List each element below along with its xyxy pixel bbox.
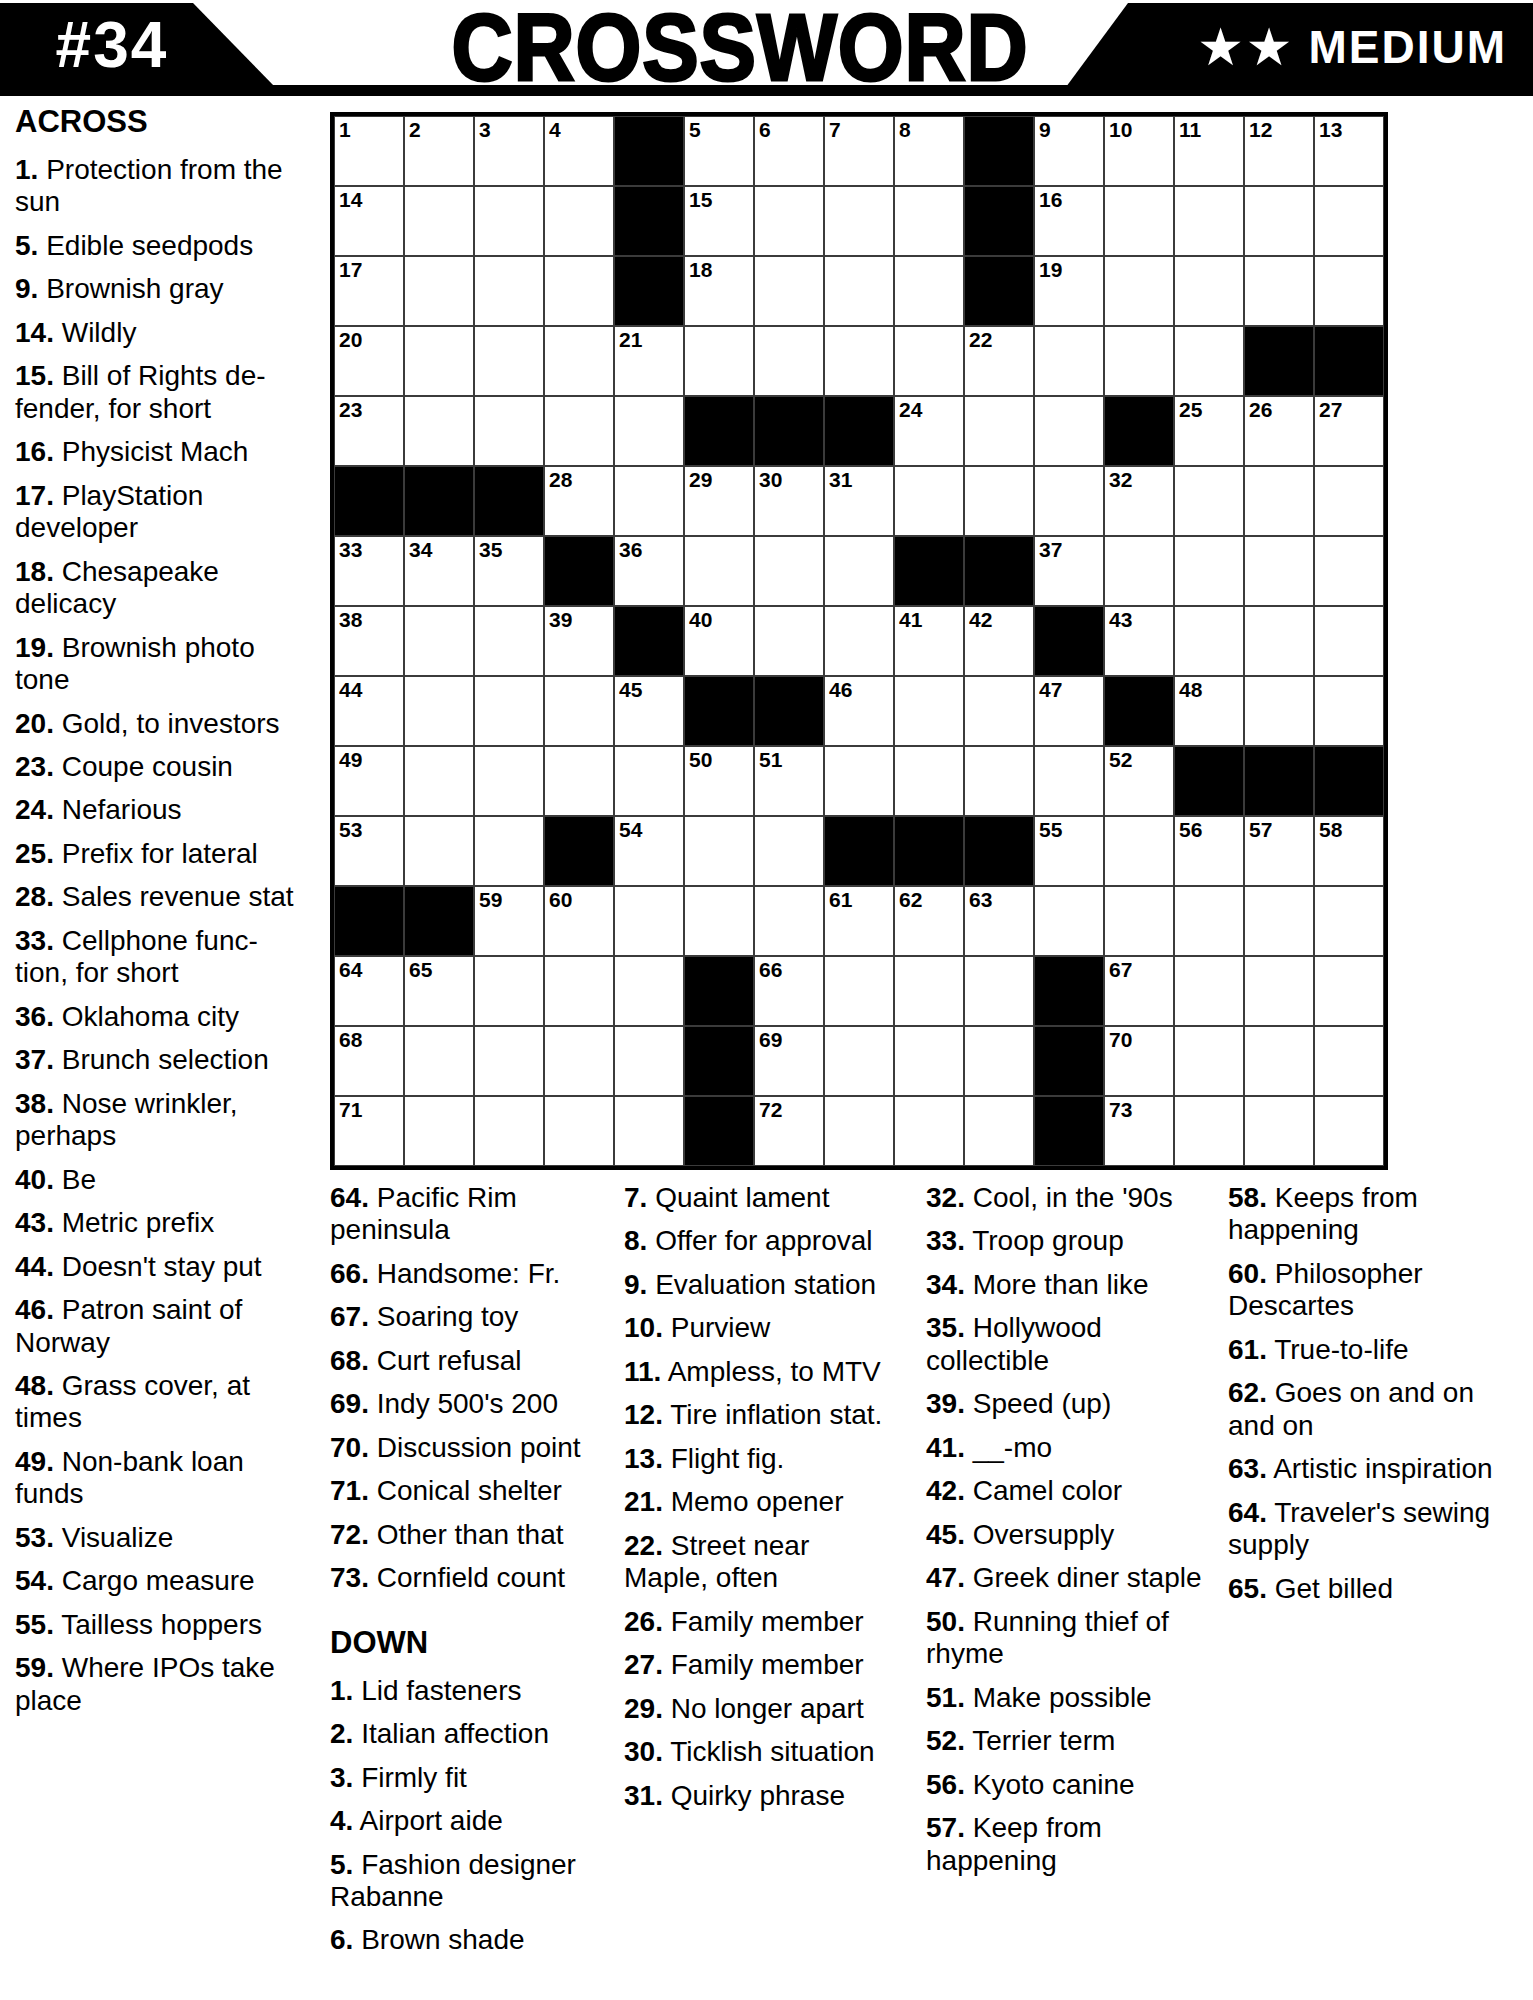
black-cell (964, 816, 1034, 886)
grid-cell[interactable]: 27 (1314, 396, 1384, 466)
grid-cell[interactable] (684, 536, 754, 606)
clue: 63. Artistic inspiration (1228, 1453, 1520, 1485)
clue-number: 32. (926, 1182, 965, 1213)
black-cell (684, 956, 754, 1026)
grid-cell[interactable]: 54 (614, 816, 684, 886)
grid-cell[interactable] (824, 326, 894, 396)
grid-cell[interactable]: 17 (334, 256, 404, 326)
clue: 42. Camel color (926, 1475, 1206, 1507)
grid-cell[interactable]: 70 (1104, 1026, 1174, 1096)
cell-number: 65 (409, 959, 432, 981)
grid-cell[interactable] (894, 746, 964, 816)
clue: 60. Philosopher Descartes (1228, 1258, 1520, 1323)
grid-cell[interactable]: 11 (1174, 116, 1244, 186)
grid-cell[interactable] (1314, 186, 1384, 256)
grid-cell[interactable] (1244, 1026, 1314, 1096)
grid-cell[interactable]: 38 (334, 606, 404, 676)
grid-cell[interactable]: 22 (964, 326, 1034, 396)
cell-number: 35 (479, 539, 502, 561)
grid-cell[interactable]: 21 (614, 326, 684, 396)
grid-cell[interactable] (544, 1026, 614, 1096)
grid-cell[interactable] (894, 466, 964, 536)
grid-cell[interactable]: 52 (1104, 746, 1174, 816)
clue-number: 29. (624, 1693, 663, 1724)
clue-number: 45. (926, 1519, 965, 1550)
grid-cell[interactable]: 2 (404, 116, 474, 186)
grid-cell[interactable]: 42 (964, 606, 1034, 676)
grid-cell[interactable] (1174, 1096, 1244, 1166)
grid-cell[interactable]: 56 (1174, 816, 1244, 886)
grid-cell[interactable] (474, 1096, 544, 1166)
grid-cell[interactable]: 41 (894, 606, 964, 676)
grid-cell[interactable] (1244, 886, 1314, 956)
clue-number: 11. (624, 1356, 661, 1387)
grid-cell[interactable]: 24 (894, 396, 964, 466)
black-cell (964, 256, 1034, 326)
grid-cell[interactable]: 69 (754, 1026, 824, 1096)
clue: 35. Hollywood collectible (926, 1312, 1206, 1377)
grid-cell[interactable]: 55 (1034, 816, 1104, 886)
clue-number: 34. (926, 1269, 965, 1300)
grid-cell[interactable] (824, 746, 894, 816)
grid-cell[interactable]: 53 (334, 816, 404, 886)
cell-number: 60 (549, 889, 572, 911)
grid-cell[interactable] (614, 396, 684, 466)
clue-number: 9. (624, 1269, 647, 1300)
grid-cell[interactable] (1174, 326, 1244, 396)
clue: 70. Discussion point (330, 1432, 606, 1464)
grid-cell[interactable] (544, 396, 614, 466)
grid-cell[interactable]: 1 (334, 116, 404, 186)
clue: 16. Physicist Mach (15, 436, 295, 468)
clue: 49. Non-bank loan funds (15, 1446, 295, 1511)
grid-cell[interactable] (1314, 886, 1384, 956)
grid-cell[interactable] (824, 256, 894, 326)
grid-cell[interactable]: 3 (474, 116, 544, 186)
clue-number: 63. (1228, 1453, 1267, 1484)
clue-number: 22. (624, 1530, 663, 1561)
grid-cell[interactable] (684, 326, 754, 396)
grid-cell[interactable]: 28 (544, 466, 614, 536)
clue: 9. Brownish gray (15, 273, 295, 305)
grid-cell[interactable]: 61 (824, 886, 894, 956)
grid-cell[interactable] (754, 886, 824, 956)
cell-number: 4 (549, 119, 561, 141)
grid-cell[interactable] (544, 1096, 614, 1166)
grid-cell[interactable]: 49 (334, 746, 404, 816)
clue: 50. Running thief of rhyme (926, 1606, 1206, 1671)
clue-number: 44. (15, 1251, 54, 1282)
grid-cell[interactable] (1244, 256, 1314, 326)
grid-cell[interactable]: 62 (894, 886, 964, 956)
clue: 43. Metric prefix (15, 1207, 295, 1239)
clue-number: 58. (1228, 1182, 1267, 1213)
clue: 47. Greek diner staple (926, 1562, 1206, 1594)
grid-cell[interactable] (894, 1026, 964, 1096)
clue: 12. Tire inflation stat. (624, 1399, 900, 1431)
clue-text: Airport aide (353, 1805, 502, 1836)
black-cell (824, 816, 894, 886)
grid-cell[interactable]: 58 (1314, 816, 1384, 886)
clue-text: Cool, in the '90s (965, 1182, 1173, 1213)
grid-cell[interactable]: 20 (334, 326, 404, 396)
grid-cell[interactable] (1314, 956, 1384, 1026)
grid-cell[interactable]: 44 (334, 676, 404, 746)
grid-cell[interactable]: 65 (404, 956, 474, 1026)
grid-cell[interactable]: 19 (1034, 256, 1104, 326)
cell-number: 53 (339, 819, 362, 841)
grid-cell[interactable] (1314, 466, 1384, 536)
grid-cell[interactable] (894, 256, 964, 326)
cell-number: 17 (339, 259, 362, 281)
grid-cell[interactable]: 14 (334, 186, 404, 256)
across-clues-part2: 64. Pacific Rim peninsula66. Handsome: F… (330, 1182, 606, 1595)
clue: 39. Speed (up) (926, 1388, 1206, 1420)
grid-cell[interactable] (474, 606, 544, 676)
grid-cell[interactable] (964, 746, 1034, 816)
grid-cell[interactable] (614, 956, 684, 1026)
grid-cell[interactable]: 63 (964, 886, 1034, 956)
grid-cell[interactable] (1244, 676, 1314, 746)
grid-cell[interactable] (1174, 466, 1244, 536)
grid-cell[interactable] (964, 1026, 1034, 1096)
grid-cell[interactable] (1174, 886, 1244, 956)
grid-cell[interactable] (474, 956, 544, 1026)
grid-cell[interactable] (894, 186, 964, 256)
clue-text: Quaint lament (647, 1182, 829, 1213)
grid-cell[interactable]: 9 (1034, 116, 1104, 186)
grid-cell[interactable]: 6 (754, 116, 824, 186)
grid-cell[interactable] (1244, 186, 1314, 256)
cell-number: 46 (829, 679, 852, 701)
clue: 29. No longer apart (624, 1693, 900, 1725)
grid-cell[interactable]: 51 (754, 746, 824, 816)
grid-cell[interactable] (1174, 256, 1244, 326)
grid-cell[interactable]: 7 (824, 116, 894, 186)
cell-number: 37 (1039, 539, 1062, 561)
clue-text: Memo opener (663, 1486, 844, 1517)
grid-cell[interactable]: 50 (684, 746, 754, 816)
grid-cell[interactable] (1174, 1026, 1244, 1096)
grid-cell[interactable] (754, 326, 824, 396)
cell-number: 8 (899, 119, 911, 141)
grid-cell[interactable]: 71 (334, 1096, 404, 1166)
grid-cell[interactable] (1034, 396, 1104, 466)
grid-cell[interactable]: 31 (824, 466, 894, 536)
grid-cell[interactable] (824, 956, 894, 1026)
grid-cell[interactable] (754, 606, 824, 676)
clue-number: 54. (15, 1565, 54, 1596)
grid-cell[interactable] (1244, 606, 1314, 676)
clue: 59. Where IPOs take place (15, 1652, 295, 1717)
grid-cell[interactable] (1244, 956, 1314, 1026)
cell-number: 6 (759, 119, 771, 141)
black-cell (614, 606, 684, 676)
grid-cell[interactable] (404, 1096, 474, 1166)
grid-cell[interactable] (1104, 256, 1174, 326)
grid-cell[interactable] (1104, 886, 1174, 956)
grid-cell[interactable] (824, 1096, 894, 1166)
clue-text: Lid fasteners (353, 1675, 521, 1706)
grid-cell[interactable] (404, 816, 474, 886)
grid-cell[interactable]: 73 (1104, 1096, 1174, 1166)
cell-number: 7 (829, 119, 841, 141)
clue: 3. Firmly fit (330, 1762, 606, 1794)
clue-text: Wildly (54, 317, 136, 348)
grid-cell[interactable]: 60 (544, 886, 614, 956)
grid-cell[interactable]: 67 (1104, 956, 1174, 1026)
clue-text: Protection from the sun (15, 154, 283, 217)
clue-number: 9. (15, 273, 38, 304)
grid-cell[interactable] (824, 536, 894, 606)
clue-number: 10. (624, 1312, 663, 1343)
grid-cell[interactable] (614, 466, 684, 536)
grid-cell[interactable]: 33 (334, 536, 404, 606)
grid-cell[interactable] (1174, 606, 1244, 676)
grid-cell[interactable] (894, 956, 964, 1026)
grid-cell[interactable]: 37 (1034, 536, 1104, 606)
grid-cell[interactable]: 16 (1034, 186, 1104, 256)
grid-cell[interactable] (1314, 1026, 1384, 1096)
grid-cell[interactable] (544, 676, 614, 746)
grid-cell[interactable]: 48 (1174, 676, 1244, 746)
clue-number: 48. (15, 1370, 54, 1401)
grid-cell[interactable]: 57 (1244, 816, 1314, 886)
grid-cell[interactable] (474, 1026, 544, 1096)
grid-cell[interactable] (1034, 326, 1104, 396)
grid-cell[interactable] (894, 326, 964, 396)
clue-number: 13. (624, 1443, 663, 1474)
cell-number: 57 (1249, 819, 1272, 841)
grid-cell[interactable] (1104, 326, 1174, 396)
grid-cell[interactable]: 12 (1244, 116, 1314, 186)
grid-cell[interactable] (1104, 186, 1174, 256)
grid-cell[interactable] (404, 676, 474, 746)
grid-cell[interactable]: 32 (1104, 466, 1174, 536)
clue-text: Brunch selection (54, 1044, 269, 1075)
grid-cell[interactable] (544, 956, 614, 1026)
grid-cell[interactable] (1244, 466, 1314, 536)
clue-text: Ticklish situation (663, 1736, 875, 1767)
grid-cell[interactable] (614, 1026, 684, 1096)
grid-cell[interactable] (1314, 256, 1384, 326)
grid-cell[interactable] (474, 816, 544, 886)
cell-number: 50 (689, 749, 712, 771)
black-cell (1314, 746, 1384, 816)
grid-cell[interactable] (894, 1096, 964, 1166)
clue-text: Fashion designer Rabanne (330, 1849, 576, 1912)
clue-column-3: 7. Quaint lament8. Offer for approval9. … (624, 1182, 900, 1823)
cell-number: 28 (549, 469, 572, 491)
clue-number: 8. (624, 1225, 647, 1256)
grid-cell[interactable] (1174, 956, 1244, 1026)
grid-cell[interactable]: 64 (334, 956, 404, 1026)
grid-cell[interactable]: 15 (684, 186, 754, 256)
clue-text: Camel color (965, 1475, 1122, 1506)
black-cell (1034, 1096, 1104, 1166)
grid-cell[interactable]: 8 (894, 116, 964, 186)
clue: 34. More than like (926, 1269, 1206, 1301)
grid-cell[interactable] (544, 746, 614, 816)
grid-cell[interactable]: 26 (1244, 396, 1314, 466)
grid-cell[interactable] (1314, 676, 1384, 746)
grid-cell[interactable] (1244, 536, 1314, 606)
grid-cell[interactable] (1244, 1096, 1314, 1166)
grid-cell[interactable] (614, 1096, 684, 1166)
grid-cell[interactable] (754, 256, 824, 326)
grid-cell[interactable] (404, 326, 474, 396)
clue-text: Evaluation station (647, 1269, 876, 1300)
grid-cell[interactable] (614, 746, 684, 816)
grid-cell[interactable]: 59 (474, 886, 544, 956)
grid-cell[interactable]: 72 (754, 1096, 824, 1166)
grid-cell[interactable]: 23 (334, 396, 404, 466)
grid-cell[interactable] (754, 186, 824, 256)
clue-number: 69. (330, 1388, 369, 1419)
grid-cell[interactable]: 45 (614, 676, 684, 746)
grid-cell[interactable] (544, 256, 614, 326)
grid-cell[interactable] (614, 886, 684, 956)
cell-number: 31 (829, 469, 852, 491)
grid-cell[interactable] (1034, 886, 1104, 956)
grid-cell[interactable] (474, 256, 544, 326)
cell-number: 62 (899, 889, 922, 911)
grid-cell[interactable]: 43 (1104, 606, 1174, 676)
grid-cell[interactable] (404, 1026, 474, 1096)
grid-cell[interactable] (404, 396, 474, 466)
clue-number: 3. (330, 1762, 353, 1793)
grid-cell[interactable]: 36 (614, 536, 684, 606)
clue-text: Quirky phrase (663, 1780, 845, 1811)
grid-cell[interactable] (1174, 186, 1244, 256)
grid-cell[interactable]: 18 (684, 256, 754, 326)
cell-number: 41 (899, 609, 922, 631)
grid-cell[interactable]: 40 (684, 606, 754, 676)
down-clues-part2: 7. Quaint lament8. Offer for approval9. … (624, 1182, 900, 1812)
cell-number: 9 (1039, 119, 1051, 141)
grid-cell[interactable] (1104, 536, 1174, 606)
grid-cell[interactable]: 25 (1174, 396, 1244, 466)
grid-cell[interactable] (964, 956, 1034, 1026)
grid-cell[interactable] (964, 466, 1034, 536)
grid-cell[interactable] (1034, 466, 1104, 536)
grid-cell[interactable] (894, 676, 964, 746)
grid-cell[interactable] (544, 186, 614, 256)
grid-cell[interactable] (404, 256, 474, 326)
clue-column-4: 32. Cool, in the '90s33. Troop group34. … (926, 1182, 1206, 1888)
grid-cell[interactable]: 30 (754, 466, 824, 536)
grid-cell[interactable] (684, 816, 754, 886)
grid-cell[interactable] (1034, 746, 1104, 816)
grid-cell[interactable] (964, 676, 1034, 746)
clue: 64. Traveler's sewing supply (1228, 1497, 1520, 1562)
grid-cell[interactable] (1174, 536, 1244, 606)
clue-text: Conical shelter (369, 1475, 562, 1506)
grid-cell[interactable] (824, 606, 894, 676)
clue: 36. Oklahoma city (15, 1001, 295, 1033)
grid-cell[interactable]: 5 (684, 116, 754, 186)
grid-cell[interactable] (684, 886, 754, 956)
puzzle-page: #34 CROSSWORD ★★ MEDIUM 1234567891011121… (0, 0, 1533, 2000)
clue: 21. Memo opener (624, 1486, 900, 1518)
grid-cell[interactable] (1104, 816, 1174, 886)
clue-text: Purview (663, 1312, 770, 1343)
clue: 65. Get billed (1228, 1573, 1520, 1605)
grid-cell[interactable]: 34 (404, 536, 474, 606)
grid-cell[interactable] (754, 816, 824, 886)
grid-cell[interactable] (474, 186, 544, 256)
grid-cell[interactable] (404, 606, 474, 676)
grid-cell[interactable]: 35 (474, 536, 544, 606)
grid-cell[interactable] (544, 326, 614, 396)
grid-cell[interactable]: 47 (1034, 676, 1104, 746)
clue: 25. Prefix for lateral (15, 838, 295, 870)
grid-cell[interactable] (474, 326, 544, 396)
cell-number: 25 (1179, 399, 1202, 421)
grid-cell[interactable]: 46 (824, 676, 894, 746)
grid-cell[interactable] (964, 396, 1034, 466)
black-cell (544, 816, 614, 886)
clue-number: 53. (15, 1522, 54, 1553)
grid-cell[interactable] (754, 536, 824, 606)
cell-number: 27 (1319, 399, 1342, 421)
grid-cell[interactable] (404, 746, 474, 816)
grid-cell[interactable]: 66 (754, 956, 824, 1026)
clue-number: 43. (15, 1207, 54, 1238)
clue: 11. Ampless, to MTV (624, 1356, 900, 1388)
grid-cell[interactable] (474, 676, 544, 746)
grid-cell[interactable]: 29 (684, 466, 754, 536)
grid-cell[interactable] (474, 746, 544, 816)
clue-text: Coupe cousin (54, 751, 233, 782)
cell-number: 44 (339, 679, 362, 701)
grid-cell[interactable]: 10 (1104, 116, 1174, 186)
grid-cell[interactable] (404, 186, 474, 256)
down-heading: DOWN (330, 1625, 606, 1661)
clue-number: 65. (1228, 1573, 1267, 1604)
grid-cell[interactable]: 68 (334, 1026, 404, 1096)
cell-number: 51 (759, 749, 782, 771)
grid-cell[interactable] (474, 396, 544, 466)
grid-cell[interactable] (1314, 536, 1384, 606)
grid-cell[interactable]: 4 (544, 116, 614, 186)
cell-number: 49 (339, 749, 362, 771)
clue-number: 51. (926, 1682, 965, 1713)
cell-number: 10 (1109, 119, 1132, 141)
grid-cell[interactable]: 13 (1314, 116, 1384, 186)
grid-cell[interactable] (1314, 606, 1384, 676)
grid-cell[interactable] (1314, 1096, 1384, 1166)
clue-number: 21. (624, 1486, 663, 1517)
clue-number: 46. (15, 1294, 54, 1325)
clue-number: 4. (330, 1805, 353, 1836)
clue-text: Cornfield count (369, 1562, 565, 1593)
clue: 44. Doesn't stay put (15, 1251, 295, 1283)
clue-text: True-to-life (1267, 1334, 1409, 1365)
clue-text: Prefix for lateral (54, 838, 258, 869)
grid-cell[interactable] (824, 186, 894, 256)
grid-cell[interactable] (824, 1026, 894, 1096)
clue-number: 1. (15, 154, 38, 185)
clue: 57. Keep from happening (926, 1812, 1206, 1877)
clue-number: 36. (15, 1001, 54, 1032)
clue: 48. Grass cover, at times (15, 1370, 295, 1435)
clue-text: Artistic inspiration (1267, 1453, 1493, 1484)
clue: 1. Protection from the sun (15, 154, 295, 219)
grid-cell[interactable] (964, 1096, 1034, 1166)
clue-text: No longer apart (663, 1693, 864, 1724)
grid-cell[interactable]: 39 (544, 606, 614, 676)
